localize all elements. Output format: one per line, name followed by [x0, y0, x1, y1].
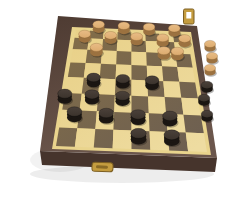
captured-checker-light-3 [204, 64, 215, 71]
checker-light-g2 [157, 34, 169, 42]
checker-light-h3 [171, 47, 184, 55]
checker-dark-d6 [115, 91, 129, 100]
checker-dark-g8 [164, 130, 180, 140]
checker-light-h2 [179, 35, 191, 43]
captured-checker-dark-3 [201, 110, 213, 117]
checker-light-c2 [105, 31, 117, 39]
checker-light-e2 [131, 33, 143, 41]
checker-dark-b6 [85, 90, 99, 99]
checker-dark-a6 [58, 89, 72, 98]
captured-checker-light-1 [204, 40, 215, 47]
checker-light-b1 [93, 21, 105, 29]
checkers-scene [0, 0, 229, 210]
checker-light-h1 [168, 25, 180, 33]
checker-dark-d5 [116, 74, 130, 83]
checker-dark-g7 [163, 111, 178, 121]
checker-dark-e8 [131, 128, 147, 138]
captured-checker-light-2 [206, 52, 217, 59]
checker-dark-f5 [145, 76, 159, 85]
checker-dark-c7 [99, 108, 114, 118]
checker-light-a2 [79, 30, 91, 38]
checker-light-f1 [143, 23, 155, 31]
checker-dark-e7 [131, 110, 146, 120]
checker-dark-a7 [67, 107, 82, 117]
captured-checker-dark-1 [201, 81, 213, 88]
captured-checker-dark-2 [198, 94, 210, 101]
clasp-detail [96, 165, 108, 168]
checker-dark-b5 [87, 73, 101, 82]
board-photo [0, 0, 229, 210]
hinge-slot [186, 12, 191, 19]
checker-light-d1 [118, 22, 130, 30]
checker-light-b3 [90, 43, 103, 51]
checker-light-g3 [158, 47, 171, 55]
